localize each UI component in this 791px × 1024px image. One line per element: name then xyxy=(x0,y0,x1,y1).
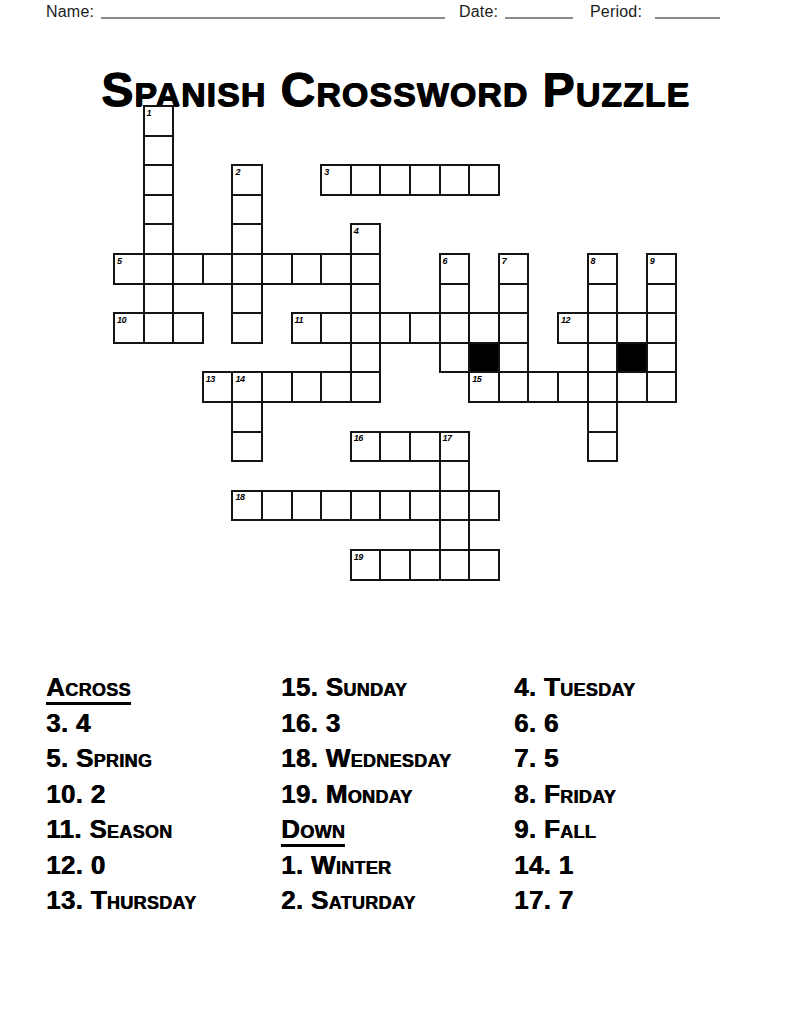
grid-cell[interactable] xyxy=(409,431,441,463)
clue-section-heading-text: Down xyxy=(281,814,345,847)
cell-number: 2 xyxy=(235,167,240,177)
grid-cell[interactable] xyxy=(143,223,175,255)
grid-cell[interactable] xyxy=(439,342,471,374)
cell-number: 18 xyxy=(235,492,244,502)
cell-number: 16 xyxy=(354,433,363,443)
grid-cell[interactable] xyxy=(468,164,500,196)
cell-number: 3 xyxy=(324,167,329,177)
cell-number: 12 xyxy=(561,315,570,325)
grid-cell[interactable]: 2 xyxy=(231,164,263,196)
clue: 1. Winter xyxy=(281,848,516,884)
grid-cell[interactable] xyxy=(439,164,471,196)
clue: 13. Thursday xyxy=(46,883,281,919)
grid-cell[interactable] xyxy=(350,164,382,196)
grid-cell[interactable] xyxy=(350,342,382,374)
grid-cell[interactable] xyxy=(439,519,471,551)
clue: 11. Season xyxy=(46,812,281,848)
grid-cell[interactable] xyxy=(261,253,293,285)
grid-cell[interactable]: 8 xyxy=(587,253,619,285)
worksheet-page: { "game": "crossword", "title": "Spanish… xyxy=(0,0,791,1024)
clue: 14. 1 xyxy=(514,848,749,884)
grid-cell[interactable] xyxy=(587,283,619,315)
grid-cell[interactable] xyxy=(231,401,263,433)
grid-cell[interactable] xyxy=(143,312,175,344)
grid-cell[interactable] xyxy=(498,342,530,374)
black-cell xyxy=(468,342,500,374)
grid-cell[interactable] xyxy=(143,283,175,315)
period-blank-line[interactable] xyxy=(655,2,720,19)
grid-cell[interactable] xyxy=(172,312,204,344)
clue: 5. Spring xyxy=(46,741,281,777)
grid-cell[interactable] xyxy=(587,342,619,374)
grid-cell[interactable] xyxy=(231,431,263,463)
clue-section-heading: Down xyxy=(281,812,516,848)
name-blank-line[interactable] xyxy=(101,2,445,19)
grid-cell[interactable] xyxy=(587,312,619,344)
grid-cell[interactable] xyxy=(350,371,382,403)
grid-cell[interactable] xyxy=(231,253,263,285)
grid-cell[interactable] xyxy=(320,312,352,344)
grid-cell[interactable] xyxy=(379,549,411,581)
grid-cell[interactable] xyxy=(468,549,500,581)
grid-cell[interactable] xyxy=(646,342,678,374)
cell-number: 5 xyxy=(117,256,122,266)
clue: 15. Sunday xyxy=(281,670,516,706)
crossword-grid: 12345678910111213141516171819 xyxy=(113,105,679,582)
grid-cell[interactable] xyxy=(143,253,175,285)
grid-cell[interactable]: 7 xyxy=(498,253,530,285)
clue-column-2: 15. Sunday16. 318. Wednesday19. MondayDo… xyxy=(281,670,516,919)
grid-cell[interactable]: 19 xyxy=(350,549,382,581)
grid-cell[interactable] xyxy=(231,312,263,344)
grid-cell[interactable] xyxy=(143,194,175,226)
period-label: Period: xyxy=(590,3,642,21)
grid-cell[interactable]: 6 xyxy=(439,253,471,285)
grid-cell[interactable] xyxy=(557,371,589,403)
grid-cell[interactable] xyxy=(172,253,204,285)
date-blank-line[interactable] xyxy=(505,2,573,19)
grid-cell[interactable] xyxy=(231,194,263,226)
grid-cell[interactable] xyxy=(320,253,352,285)
grid-cell[interactable] xyxy=(320,490,352,522)
grid-cell[interactable] xyxy=(379,490,411,522)
grid-cell[interactable] xyxy=(439,312,471,344)
grid-cell[interactable]: 11 xyxy=(291,312,323,344)
clue: 4. Tuesday xyxy=(514,670,749,706)
clue: 19. Monday xyxy=(281,777,516,813)
cell-number: 8 xyxy=(591,256,596,266)
grid-cell[interactable] xyxy=(409,164,441,196)
date-label: Date: xyxy=(459,3,498,21)
grid-cell[interactable]: 3 xyxy=(320,164,352,196)
cell-number: 19 xyxy=(354,552,363,562)
grid-cell[interactable] xyxy=(646,312,678,344)
grid-cell[interactable] xyxy=(231,283,263,315)
clue-column-3: 4. Tuesday6. 67. 58. Friday9. Fall14. 11… xyxy=(514,670,749,919)
name-label: Name: xyxy=(46,3,94,21)
grid-cell[interactable] xyxy=(379,312,411,344)
grid-cell[interactable]: 15 xyxy=(468,371,500,403)
grid-cell[interactable] xyxy=(468,490,500,522)
grid-cell[interactable] xyxy=(409,549,441,581)
grid-cell[interactable] xyxy=(261,490,293,522)
clue: 18. Wednesday xyxy=(281,741,516,777)
grid-cell[interactable] xyxy=(439,283,471,315)
cell-number: 15 xyxy=(472,374,481,384)
cell-number: 6 xyxy=(443,256,448,266)
grid-cell[interactable] xyxy=(202,253,234,285)
grid-cell[interactable] xyxy=(143,135,175,167)
cell-number: 11 xyxy=(295,315,303,325)
cell-number: 17 xyxy=(443,433,452,443)
grid-cell[interactable] xyxy=(439,549,471,581)
clue: 3. 4 xyxy=(46,706,281,742)
clue-section-heading: Across xyxy=(46,670,281,706)
cell-number: 4 xyxy=(354,226,359,236)
grid-cell[interactable] xyxy=(498,371,530,403)
grid-cell[interactable]: 4 xyxy=(350,223,382,255)
grid-cell[interactable] xyxy=(409,312,441,344)
cell-number: 7 xyxy=(502,256,507,266)
clue: 17. 7 xyxy=(514,883,749,919)
clue: 8. Friday xyxy=(514,777,749,813)
grid-cell[interactable] xyxy=(587,371,619,403)
clue-section-heading-text: Across xyxy=(46,672,131,705)
black-cell xyxy=(616,342,648,374)
grid-cell[interactable] xyxy=(291,253,323,285)
clue: 6. 6 xyxy=(514,706,749,742)
grid-cell[interactable] xyxy=(350,253,382,285)
grid-cell[interactable]: 12 xyxy=(557,312,589,344)
grid-cell[interactable] xyxy=(291,490,323,522)
clue: 12. 0 xyxy=(46,848,281,884)
grid-cell[interactable] xyxy=(143,164,175,196)
clue: 16. 3 xyxy=(281,706,516,742)
grid-cell[interactable] xyxy=(320,371,352,403)
clue: 2. Saturday xyxy=(281,883,516,919)
grid-cell[interactable]: 1 xyxy=(143,105,175,137)
grid-cell[interactable]: 9 xyxy=(646,253,678,285)
grid-cell[interactable] xyxy=(379,431,411,463)
grid-cell[interactable] xyxy=(587,431,619,463)
cell-number: 14 xyxy=(235,374,244,384)
grid-cell[interactable] xyxy=(439,460,471,492)
grid-cell[interactable] xyxy=(616,371,648,403)
clue: 9. Fall xyxy=(514,812,749,848)
grid-cell[interactable] xyxy=(616,312,648,344)
grid-cell[interactable] xyxy=(468,312,500,344)
grid-cell[interactable] xyxy=(350,490,382,522)
grid-cell[interactable] xyxy=(498,283,530,315)
clue: 7. 5 xyxy=(514,741,749,777)
grid-cell[interactable] xyxy=(350,312,382,344)
grid-cell[interactable]: 5 xyxy=(113,253,145,285)
cell-number: 9 xyxy=(650,256,655,266)
grid-cell[interactable] xyxy=(350,283,382,315)
grid-cell[interactable] xyxy=(261,371,293,403)
grid-cell[interactable] xyxy=(379,164,411,196)
grid-cell[interactable] xyxy=(439,490,471,522)
grid-cell[interactable]: 16 xyxy=(350,431,382,463)
clue: 10. 2 xyxy=(46,777,281,813)
grid-cell[interactable]: 14 xyxy=(231,371,263,403)
cell-number: 13 xyxy=(206,374,215,384)
grid-cell[interactable] xyxy=(646,371,678,403)
clue-column-1: Across3. 45. Spring10. 211. Season12. 01… xyxy=(46,670,281,919)
grid-cell[interactable] xyxy=(527,371,559,403)
grid-cell[interactable]: 10 xyxy=(113,312,145,344)
grid-cell[interactable]: 13 xyxy=(202,371,234,403)
grid-cell[interactable] xyxy=(409,490,441,522)
cell-number: 1 xyxy=(147,108,152,118)
cell-number: 10 xyxy=(117,315,126,325)
grid-cell[interactable] xyxy=(498,312,530,344)
grid-cell[interactable] xyxy=(291,371,323,403)
grid-cell[interactable]: 18 xyxy=(231,490,263,522)
grid-cell[interactable]: 17 xyxy=(439,431,471,463)
grid-cell[interactable] xyxy=(587,401,619,433)
grid-cell[interactable] xyxy=(231,223,263,255)
grid-cell[interactable] xyxy=(646,283,678,315)
